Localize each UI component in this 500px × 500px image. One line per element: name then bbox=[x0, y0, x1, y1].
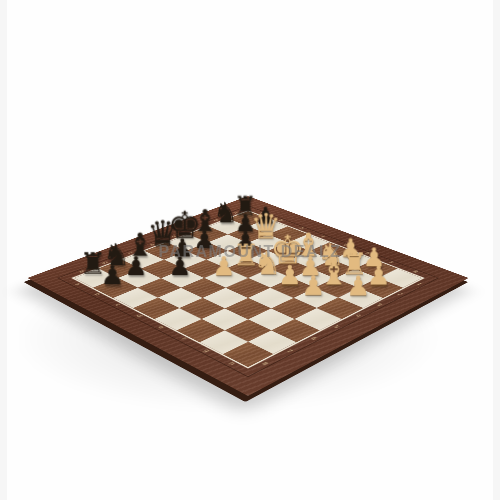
coord-label: 8 bbox=[260, 362, 269, 367]
coord-label: 4 bbox=[354, 314, 363, 318]
coord-label: 5 bbox=[332, 325, 341, 329]
coord-label: b bbox=[93, 293, 102, 297]
photo-right-edge bbox=[493, 0, 500, 500]
board-square bbox=[203, 288, 248, 309]
coord-label: f bbox=[179, 337, 187, 341]
watermark: PARAMOUNT DEALZ bbox=[158, 243, 341, 261]
product-photo-scene: 12345678 abcdefgh abcdefgh 12345678 ♜♟♟♟… bbox=[0, 0, 500, 500]
coord-label: a bbox=[73, 283, 81, 287]
coord-label: 6 bbox=[309, 337, 318, 341]
black-pawn-piece: ♟ bbox=[125, 253, 148, 279]
coord-label: c bbox=[113, 303, 121, 307]
white-pawn-piece: ♟ bbox=[301, 272, 325, 299]
photo-left-edge bbox=[0, 0, 7, 500]
coord-label: 3 bbox=[375, 303, 383, 307]
white-pawn-piece: ♟ bbox=[346, 272, 370, 299]
black-pawn-piece: ♟ bbox=[100, 262, 124, 289]
board-square: ♟ bbox=[205, 269, 248, 288]
coord-label: e bbox=[156, 325, 165, 329]
white-pawn-piece: ♟ bbox=[278, 262, 302, 289]
coord-label: 7 bbox=[285, 349, 294, 354]
board-square bbox=[223, 342, 273, 367]
coord-label: 1 bbox=[415, 282, 423, 286]
coord-label: 2 bbox=[395, 293, 403, 297]
